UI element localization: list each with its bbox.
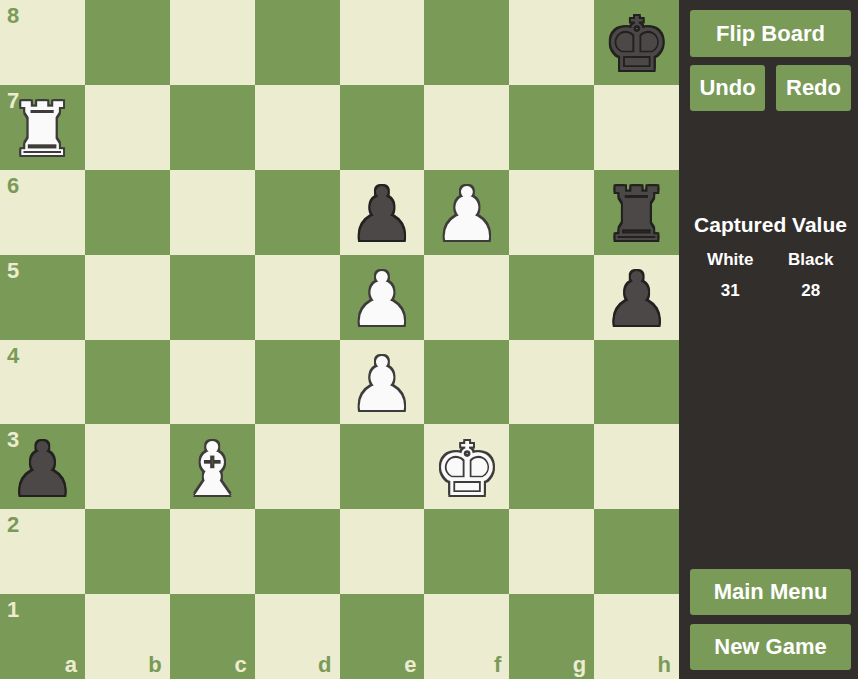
square-c4[interactable] (170, 340, 255, 425)
rank-label-2: 2 (7, 514, 19, 536)
square-h5[interactable]: ♟ (594, 255, 679, 340)
square-f1[interactable]: f (424, 594, 509, 679)
piece-white-rook-a7[interactable]: ♜ (9, 92, 75, 166)
rank-label-1: 1 (7, 599, 19, 621)
square-a6[interactable]: 6 (0, 170, 85, 255)
flip-board-button[interactable]: Flip Board (690, 10, 851, 57)
square-c7[interactable] (170, 85, 255, 170)
square-e7[interactable] (340, 85, 425, 170)
captured-white-label: White (690, 250, 771, 270)
square-c5[interactable] (170, 255, 255, 340)
rank-label-6: 6 (7, 175, 19, 197)
square-a5[interactable]: 5 (0, 255, 85, 340)
square-g6[interactable] (509, 170, 594, 255)
square-b8[interactable] (85, 0, 170, 85)
square-b7[interactable] (85, 85, 170, 170)
piece-black-king-h8[interactable]: ♚ (603, 7, 669, 81)
piece-white-king-f3[interactable]: ♚ (434, 432, 500, 506)
square-a7[interactable]: 7♜ (0, 85, 85, 170)
file-label-d: d (318, 654, 331, 676)
square-e2[interactable] (340, 509, 425, 594)
redo-button[interactable]: Redo (776, 65, 851, 111)
sidebar-spacer (690, 301, 851, 569)
square-a2[interactable]: 2 (0, 509, 85, 594)
captured-columns: White 31 Black 28 (690, 250, 851, 301)
square-d8[interactable] (255, 0, 340, 85)
file-label-f: f (494, 654, 501, 676)
rank-label-8: 8 (7, 5, 19, 27)
piece-white-pawn-f6[interactable]: ♟ (434, 177, 500, 251)
square-d3[interactable] (255, 424, 340, 509)
square-b6[interactable] (85, 170, 170, 255)
square-h2[interactable] (594, 509, 679, 594)
undo-button[interactable]: Undo (690, 65, 765, 111)
square-e3[interactable] (340, 424, 425, 509)
captured-white-value: 31 (690, 281, 771, 301)
square-g8[interactable] (509, 0, 594, 85)
square-a1[interactable]: 1a (0, 594, 85, 679)
square-f4[interactable] (424, 340, 509, 425)
square-b4[interactable] (85, 340, 170, 425)
square-f2[interactable] (424, 509, 509, 594)
captured-white-column: White 31 (690, 250, 771, 301)
square-g5[interactable] (509, 255, 594, 340)
square-f8[interactable] (424, 0, 509, 85)
piece-black-pawn-h5[interactable]: ♟ (603, 262, 669, 336)
main-menu-button[interactable]: Main Menu (690, 569, 851, 615)
square-h3[interactable] (594, 424, 679, 509)
square-d1[interactable]: d (255, 594, 340, 679)
file-label-b: b (148, 654, 161, 676)
square-e5[interactable]: ♟ (340, 255, 425, 340)
square-e8[interactable] (340, 0, 425, 85)
square-h7[interactable] (594, 85, 679, 170)
file-label-g: g (573, 654, 586, 676)
square-g4[interactable] (509, 340, 594, 425)
undo-redo-row: Undo Redo (690, 65, 851, 111)
square-g2[interactable] (509, 509, 594, 594)
square-e4[interactable]: ♟ (340, 340, 425, 425)
square-d5[interactable] (255, 255, 340, 340)
captured-value-title: Captured Value (690, 213, 851, 237)
square-f7[interactable] (424, 85, 509, 170)
square-b2[interactable] (85, 509, 170, 594)
rank-label-4: 4 (7, 345, 19, 367)
square-g7[interactable] (509, 85, 594, 170)
captured-value-panel: Captured Value White 31 Black 28 (690, 213, 851, 301)
square-e6[interactable]: ♟ (340, 170, 425, 255)
sidebar: Flip Board Undo Redo Captured Value Whit… (679, 0, 858, 679)
square-c1[interactable]: c (170, 594, 255, 679)
square-b5[interactable] (85, 255, 170, 340)
file-label-e: e (404, 654, 416, 676)
square-f3[interactable]: ♚ (424, 424, 509, 509)
square-d7[interactable] (255, 85, 340, 170)
square-b3[interactable] (85, 424, 170, 509)
square-g3[interactable] (509, 424, 594, 509)
file-label-h: h (658, 654, 671, 676)
square-c6[interactable] (170, 170, 255, 255)
square-h8[interactable]: ♚ (594, 0, 679, 85)
rank-label-5: 5 (7, 260, 19, 282)
file-label-a: a (65, 654, 77, 676)
square-h6[interactable]: ♜ (594, 170, 679, 255)
piece-black-pawn-e6[interactable]: ♟ (349, 177, 415, 251)
chess-board: 8♚7♜6♟♟♜5♟♟4♟3♟♝♚21abcdefgh (0, 0, 679, 679)
square-a8[interactable]: 8 (0, 0, 85, 85)
captured-black-column: Black 28 (771, 250, 852, 301)
square-d6[interactable] (255, 170, 340, 255)
square-a3[interactable]: 3♟ (0, 424, 85, 509)
square-f6[interactable]: ♟ (424, 170, 509, 255)
captured-black-value: 28 (771, 281, 852, 301)
square-f5[interactable] (424, 255, 509, 340)
square-g1[interactable]: g (509, 594, 594, 679)
piece-black-pawn-a3[interactable]: ♟ (9, 432, 75, 506)
square-a4[interactable]: 4 (0, 340, 85, 425)
square-b1[interactable]: b (85, 594, 170, 679)
new-game-button[interactable]: New Game (690, 624, 851, 670)
piece-white-pawn-e4[interactable]: ♟ (349, 347, 415, 421)
piece-white-pawn-e5[interactable]: ♟ (349, 262, 415, 336)
square-c2[interactable] (170, 509, 255, 594)
piece-black-rook-h6[interactable]: ♜ (603, 177, 669, 251)
square-d4[interactable] (255, 340, 340, 425)
square-h1[interactable]: h (594, 594, 679, 679)
square-c3[interactable]: ♝ (170, 424, 255, 509)
piece-white-bishop-c3[interactable]: ♝ (179, 432, 245, 506)
square-d2[interactable] (255, 509, 340, 594)
file-label-c: c (234, 654, 246, 676)
square-h4[interactable] (594, 340, 679, 425)
square-e1[interactable]: e (340, 594, 425, 679)
captured-black-label: Black (771, 250, 852, 270)
square-c8[interactable] (170, 0, 255, 85)
